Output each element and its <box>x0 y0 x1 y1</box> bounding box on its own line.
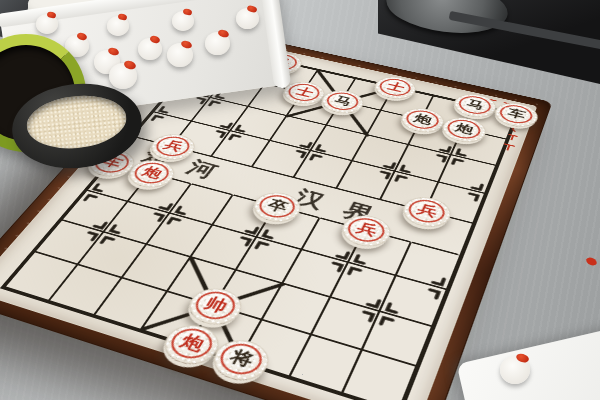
dumpling <box>205 32 230 55</box>
corner-plate <box>457 323 600 400</box>
goji-berry <box>585 256 598 267</box>
white-sesame <box>24 91 129 153</box>
dumpling <box>236 8 259 29</box>
dumpling <box>167 43 193 67</box>
dumpling <box>36 14 58 34</box>
dumpling <box>109 63 137 89</box>
dumpling <box>138 38 162 60</box>
kitchen-scene: 楚河 汉界 车马士士马炮马车炮兵炮车卒兵兵帅炮将 <box>0 0 600 400</box>
dumpling <box>107 16 129 36</box>
plate-dumpling <box>500 356 530 384</box>
dumpling <box>172 11 194 31</box>
